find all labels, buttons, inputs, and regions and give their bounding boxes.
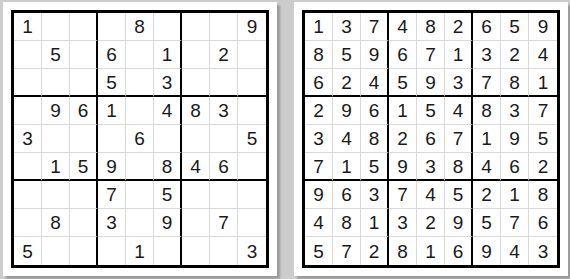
sudoku-cell: 6 bbox=[529, 209, 557, 237]
sudoku-cell bbox=[14, 209, 42, 237]
sudoku-cell: 2 bbox=[389, 125, 417, 153]
sudoku-cell: 5 bbox=[98, 69, 126, 97]
sudoku-cell bbox=[154, 237, 182, 265]
sudoku-cell: 1 bbox=[529, 69, 557, 97]
sudoku-cell: 9 bbox=[501, 125, 529, 153]
sudoku-cell: 8 bbox=[305, 41, 333, 69]
sudoku-cell bbox=[126, 181, 154, 209]
sudoku-cell: 1 bbox=[14, 13, 42, 41]
sudoku-cell: 3 bbox=[210, 97, 238, 125]
sudoku-cell: 5 bbox=[14, 237, 42, 265]
sudoku-cell: 2 bbox=[417, 209, 445, 237]
sudoku-cell: 7 bbox=[361, 13, 389, 41]
sudoku-cell: 3 bbox=[501, 97, 529, 125]
sudoku-cell: 1 bbox=[154, 41, 182, 69]
sudoku-cell: 9 bbox=[305, 181, 333, 209]
sudoku-cell: 2 bbox=[210, 41, 238, 69]
sudoku-cell bbox=[210, 181, 238, 209]
sudoku-cell: 2 bbox=[473, 181, 501, 209]
sudoku-cell: 5 bbox=[473, 209, 501, 237]
sudoku-cell bbox=[126, 209, 154, 237]
sudoku-cell: 8 bbox=[417, 13, 445, 41]
sudoku-cell: 6 bbox=[305, 69, 333, 97]
sudoku-cell: 1 bbox=[389, 97, 417, 125]
sudoku-cell: 7 bbox=[333, 237, 361, 265]
sudoku-cell bbox=[70, 69, 98, 97]
sudoku-cell: 5 bbox=[389, 69, 417, 97]
sudoku-cell: 5 bbox=[42, 41, 70, 69]
sudoku-cell: 5 bbox=[501, 13, 529, 41]
sudoku-cell: 3 bbox=[361, 181, 389, 209]
sudoku-cell: 1 bbox=[305, 13, 333, 41]
sudoku-cell: 5 bbox=[445, 181, 473, 209]
sudoku-cell: 3 bbox=[445, 69, 473, 97]
sudoku-cell: 4 bbox=[417, 181, 445, 209]
sudoku-cell bbox=[126, 41, 154, 69]
sudoku-cell bbox=[182, 13, 210, 41]
sudoku-cell: 3 bbox=[473, 41, 501, 69]
sudoku-cell: 4 bbox=[182, 153, 210, 181]
sudoku-cell bbox=[42, 69, 70, 97]
sudoku-cell bbox=[98, 13, 126, 41]
sudoku-cell bbox=[210, 125, 238, 153]
sudoku-cell bbox=[210, 13, 238, 41]
sudoku-cell: 8 bbox=[182, 97, 210, 125]
sudoku-cell: 8 bbox=[361, 125, 389, 153]
sudoku-cell: 1 bbox=[126, 237, 154, 265]
sudoku-cell: 9 bbox=[529, 13, 557, 41]
sudoku-cell: 6 bbox=[361, 97, 389, 125]
sudoku-cell: 3 bbox=[14, 125, 42, 153]
sudoku-cell: 9 bbox=[98, 153, 126, 181]
sudoku-cell bbox=[182, 237, 210, 265]
sudoku-cell: 5 bbox=[305, 237, 333, 265]
sudoku-cell: 4 bbox=[445, 97, 473, 125]
sudoku-cell: 8 bbox=[473, 97, 501, 125]
sudoku-cell bbox=[14, 97, 42, 125]
sudoku-cell: 4 bbox=[473, 153, 501, 181]
sudoku-boards-row: 189561253961483365159846758397513 137482… bbox=[0, 0, 570, 276]
sudoku-cell: 7 bbox=[501, 209, 529, 237]
sudoku-cell: 5 bbox=[238, 125, 266, 153]
sudoku-puzzle-grid: 189561253961483365159846758397513 bbox=[11, 10, 269, 268]
sudoku-cell: 1 bbox=[417, 237, 445, 265]
sudoku-cell: 8 bbox=[389, 237, 417, 265]
sudoku-cell: 7 bbox=[389, 181, 417, 209]
sudoku-cell: 1 bbox=[445, 41, 473, 69]
sudoku-cell: 8 bbox=[333, 209, 361, 237]
sudoku-cell: 7 bbox=[529, 97, 557, 125]
sudoku-cell bbox=[154, 125, 182, 153]
sudoku-cell: 9 bbox=[42, 97, 70, 125]
sudoku-cell: 4 bbox=[529, 41, 557, 69]
sudoku-cell: 1 bbox=[473, 125, 501, 153]
sudoku-cell: 9 bbox=[238, 13, 266, 41]
sudoku-cell: 4 bbox=[501, 237, 529, 265]
solution-card: 1374826598596713246245937812961548373482… bbox=[294, 2, 568, 276]
sudoku-cell: 2 bbox=[529, 153, 557, 181]
sudoku-cell: 6 bbox=[473, 13, 501, 41]
sudoku-cell: 2 bbox=[501, 41, 529, 69]
sudoku-cell: 3 bbox=[417, 153, 445, 181]
sudoku-cell: 8 bbox=[126, 13, 154, 41]
sudoku-cell bbox=[98, 125, 126, 153]
sudoku-cell: 6 bbox=[445, 237, 473, 265]
sudoku-cell bbox=[238, 97, 266, 125]
sudoku-cell: 6 bbox=[333, 181, 361, 209]
sudoku-cell: 7 bbox=[305, 153, 333, 181]
sudoku-cell: 6 bbox=[210, 153, 238, 181]
sudoku-cell bbox=[182, 209, 210, 237]
sudoku-cell: 8 bbox=[501, 69, 529, 97]
sudoku-cell bbox=[70, 237, 98, 265]
sudoku-cell: 4 bbox=[305, 209, 333, 237]
sudoku-cell: 2 bbox=[361, 237, 389, 265]
sudoku-cell: 9 bbox=[361, 41, 389, 69]
sudoku-cell bbox=[42, 181, 70, 209]
sudoku-cell bbox=[70, 41, 98, 69]
sudoku-cell bbox=[126, 153, 154, 181]
sudoku-cell: 5 bbox=[417, 97, 445, 125]
sudoku-cell bbox=[42, 237, 70, 265]
sudoku-cell bbox=[210, 237, 238, 265]
sudoku-cell bbox=[238, 153, 266, 181]
sudoku-cell: 4 bbox=[154, 97, 182, 125]
sudoku-cell: 4 bbox=[389, 13, 417, 41]
sudoku-cell bbox=[182, 41, 210, 69]
sudoku-cell bbox=[238, 41, 266, 69]
sudoku-cell: 6 bbox=[126, 125, 154, 153]
sudoku-cell bbox=[182, 69, 210, 97]
sudoku-cell: 1 bbox=[361, 209, 389, 237]
sudoku-cell bbox=[14, 153, 42, 181]
sudoku-cell: 7 bbox=[98, 181, 126, 209]
sudoku-cell: 2 bbox=[445, 13, 473, 41]
sudoku-cell: 3 bbox=[389, 209, 417, 237]
sudoku-cell: 6 bbox=[98, 41, 126, 69]
sudoku-cell bbox=[42, 125, 70, 153]
sudoku-cell: 5 bbox=[333, 41, 361, 69]
sudoku-cell bbox=[70, 13, 98, 41]
sudoku-cell: 8 bbox=[154, 153, 182, 181]
sudoku-cell bbox=[154, 13, 182, 41]
sudoku-cell: 1 bbox=[98, 97, 126, 125]
sudoku-cell: 9 bbox=[333, 97, 361, 125]
sudoku-cell: 5 bbox=[70, 153, 98, 181]
sudoku-cell: 9 bbox=[445, 209, 473, 237]
sudoku-cell bbox=[238, 209, 266, 237]
sudoku-cell: 3 bbox=[154, 69, 182, 97]
sudoku-cell: 9 bbox=[154, 209, 182, 237]
sudoku-cell: 1 bbox=[333, 153, 361, 181]
sudoku-cell bbox=[182, 181, 210, 209]
sudoku-cell bbox=[70, 209, 98, 237]
sudoku-cell: 4 bbox=[361, 69, 389, 97]
sudoku-cell bbox=[70, 125, 98, 153]
sudoku-cell: 3 bbox=[333, 13, 361, 41]
sudoku-cell: 7 bbox=[417, 41, 445, 69]
sudoku-cell: 2 bbox=[305, 97, 333, 125]
sudoku-cell: 9 bbox=[417, 69, 445, 97]
sudoku-cell bbox=[238, 69, 266, 97]
sudoku-cell bbox=[182, 125, 210, 153]
sudoku-cell: 9 bbox=[389, 153, 417, 181]
sudoku-cell: 8 bbox=[529, 181, 557, 209]
sudoku-cell bbox=[14, 69, 42, 97]
sudoku-cell bbox=[126, 69, 154, 97]
sudoku-cell: 4 bbox=[333, 125, 361, 153]
sudoku-cell: 7 bbox=[210, 209, 238, 237]
sudoku-cell: 7 bbox=[473, 69, 501, 97]
sudoku-cell: 2 bbox=[333, 69, 361, 97]
sudoku-cell bbox=[14, 181, 42, 209]
sudoku-cell bbox=[238, 181, 266, 209]
sudoku-cell bbox=[70, 181, 98, 209]
sudoku-cell: 5 bbox=[361, 153, 389, 181]
sudoku-cell: 3 bbox=[238, 237, 266, 265]
sudoku-cell bbox=[14, 41, 42, 69]
sudoku-cell: 6 bbox=[501, 153, 529, 181]
sudoku-cell bbox=[98, 237, 126, 265]
sudoku-cell: 5 bbox=[154, 181, 182, 209]
sudoku-cell: 9 bbox=[473, 237, 501, 265]
sudoku-cell: 5 bbox=[529, 125, 557, 153]
sudoku-cell: 8 bbox=[42, 209, 70, 237]
sudoku-cell: 3 bbox=[529, 237, 557, 265]
sudoku-cell: 6 bbox=[389, 41, 417, 69]
puzzle-card: 189561253961483365159846758397513 bbox=[3, 2, 277, 276]
sudoku-cell: 3 bbox=[305, 125, 333, 153]
sudoku-cell: 1 bbox=[501, 181, 529, 209]
sudoku-cell: 1 bbox=[42, 153, 70, 181]
sudoku-cell: 7 bbox=[445, 125, 473, 153]
sudoku-cell: 8 bbox=[445, 153, 473, 181]
sudoku-cell bbox=[42, 13, 70, 41]
sudoku-cell: 6 bbox=[417, 125, 445, 153]
sudoku-cell bbox=[210, 69, 238, 97]
sudoku-solution-grid: 1374826598596713246245937812961548373482… bbox=[302, 10, 560, 268]
sudoku-cell bbox=[126, 97, 154, 125]
sudoku-cell: 6 bbox=[70, 97, 98, 125]
sudoku-cell: 3 bbox=[98, 209, 126, 237]
